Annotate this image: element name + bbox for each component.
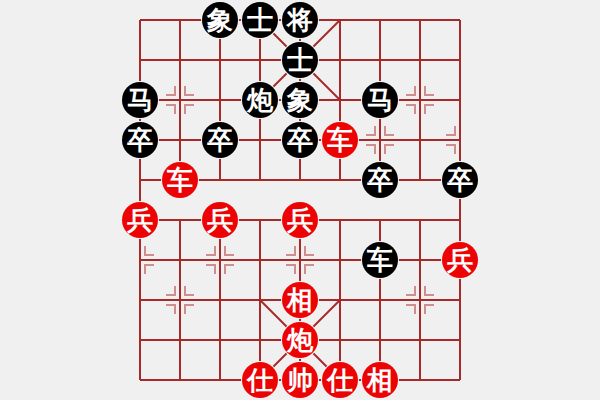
point-r8c1[interactable] [160, 320, 200, 360]
point-r1c5[interactable] [320, 40, 360, 80]
point-r9c8[interactable] [440, 360, 480, 400]
point-r5c0[interactable]: 兵 [120, 200, 160, 240]
point-r2c0[interactable]: 马 [120, 80, 160, 120]
point-r2c5[interactable] [320, 80, 360, 120]
xiangqi-app-screen: 象士将士马炮象马卒卒卒车车卒卒兵兵兵车兵相炮仕帅仕相 [0, 0, 600, 400]
point-r7c2[interactable] [200, 280, 240, 320]
point-r5c1[interactable] [160, 200, 200, 240]
point-r7c8[interactable] [440, 280, 480, 320]
piece-red-cannon[interactable]: 炮 [282, 322, 318, 358]
piece-black-horse[interactable]: 马 [122, 82, 158, 118]
point-r2c6[interactable]: 马 [360, 80, 400, 120]
point-r0c1[interactable] [160, 0, 200, 40]
piece-red-advisor[interactable]: 仕 [322, 362, 358, 398]
point-r5c2[interactable]: 兵 [200, 200, 240, 240]
piece-black-chariot[interactable]: 车 [362, 242, 398, 278]
point-r4c2[interactable] [200, 160, 240, 200]
point-r8c7[interactable] [400, 320, 440, 360]
point-r4c1[interactable]: 车 [160, 160, 200, 200]
piece-black-elephant[interactable]: 象 [202, 2, 238, 38]
point-r7c4[interactable]: 相 [280, 280, 320, 320]
point-r5c7[interactable] [400, 200, 440, 240]
point-r4c8[interactable]: 卒 [440, 160, 480, 200]
piece-black-cannon[interactable]: 炮 [242, 82, 278, 118]
point-r6c3[interactable] [240, 240, 280, 280]
piece-red-soldier[interactable]: 兵 [282, 202, 318, 238]
point-r7c6[interactable] [360, 280, 400, 320]
point-r5c8[interactable] [440, 200, 480, 240]
point-r2c1[interactable] [160, 80, 200, 120]
point-r0c4[interactable]: 将 [280, 0, 320, 40]
piece-red-chariot[interactable]: 车 [162, 162, 198, 198]
piece-black-soldier[interactable]: 卒 [122, 122, 158, 158]
point-r7c3[interactable] [240, 280, 280, 320]
point-r9c4[interactable]: 帅 [280, 360, 320, 400]
point-r3c8[interactable] [440, 120, 480, 160]
point-r2c4[interactable]: 象 [280, 80, 320, 120]
point-r8c8[interactable] [440, 320, 480, 360]
point-r9c3[interactable]: 仕 [240, 360, 280, 400]
point-r9c0[interactable] [120, 360, 160, 400]
point-r0c5[interactable] [320, 0, 360, 40]
piece-black-advisor[interactable]: 士 [282, 42, 318, 78]
point-r4c6[interactable]: 卒 [360, 160, 400, 200]
point-r6c7[interactable] [400, 240, 440, 280]
piece-black-soldier[interactable]: 卒 [282, 122, 318, 158]
point-r8c2[interactable] [200, 320, 240, 360]
point-r8c4[interactable]: 炮 [280, 320, 320, 360]
point-r7c7[interactable] [400, 280, 440, 320]
point-r4c7[interactable] [400, 160, 440, 200]
point-r6c5[interactable] [320, 240, 360, 280]
point-r3c1[interactable] [160, 120, 200, 160]
point-r3c7[interactable] [400, 120, 440, 160]
point-r6c2[interactable] [200, 240, 240, 280]
point-r1c7[interactable] [400, 40, 440, 80]
piece-black-elephant[interactable]: 象 [282, 82, 318, 118]
point-r9c6[interactable]: 相 [360, 360, 400, 400]
point-r0c2[interactable]: 象 [200, 0, 240, 40]
piece-red-chariot[interactable]: 车 [322, 122, 358, 158]
piece-black-general[interactable]: 将 [282, 2, 318, 38]
point-r3c3[interactable] [240, 120, 280, 160]
point-r5c4[interactable]: 兵 [280, 200, 320, 240]
point-r8c0[interactable] [120, 320, 160, 360]
point-r7c0[interactable] [120, 280, 160, 320]
point-r1c6[interactable] [360, 40, 400, 80]
piece-black-soldier[interactable]: 卒 [362, 162, 398, 198]
point-r3c6[interactable] [360, 120, 400, 160]
point-r3c5[interactable]: 车 [320, 120, 360, 160]
point-r1c0[interactable] [120, 40, 160, 80]
point-r0c6[interactable] [360, 0, 400, 40]
point-r7c5[interactable] [320, 280, 360, 320]
point-r2c2[interactable] [200, 80, 240, 120]
point-r3c2[interactable]: 卒 [200, 120, 240, 160]
point-r0c8[interactable] [440, 0, 480, 40]
point-r5c6[interactable] [360, 200, 400, 240]
point-r8c6[interactable] [360, 320, 400, 360]
point-r2c3[interactable]: 炮 [240, 80, 280, 120]
piece-red-elephant[interactable]: 相 [362, 362, 398, 398]
piece-red-soldier[interactable]: 兵 [122, 202, 158, 238]
point-r8c5[interactable] [320, 320, 360, 360]
point-r2c7[interactable] [400, 80, 440, 120]
point-r9c7[interactable] [400, 360, 440, 400]
point-r6c0[interactable] [120, 240, 160, 280]
point-r1c4[interactable]: 士 [280, 40, 320, 80]
piece-red-general[interactable]: 帅 [282, 362, 318, 398]
point-r6c8[interactable]: 兵 [440, 240, 480, 280]
piece-red-soldier[interactable]: 兵 [442, 242, 478, 278]
point-r8c3[interactable] [240, 320, 280, 360]
point-r4c0[interactable] [120, 160, 160, 200]
point-r4c5[interactable] [320, 160, 360, 200]
point-r9c5[interactable]: 仕 [320, 360, 360, 400]
point-r6c6[interactable]: 车 [360, 240, 400, 280]
point-r1c8[interactable] [440, 40, 480, 80]
piece-black-soldier[interactable]: 卒 [202, 122, 238, 158]
point-r6c4[interactable] [280, 240, 320, 280]
board-points-grid: 象士将士马炮象马卒卒卒车车卒卒兵兵兵车兵相炮仕帅仕相 [120, 0, 480, 400]
point-r0c0[interactable] [120, 0, 160, 40]
point-r5c3[interactable] [240, 200, 280, 240]
point-r1c1[interactable] [160, 40, 200, 80]
point-r7c1[interactable] [160, 280, 200, 320]
point-r9c2[interactable] [200, 360, 240, 400]
point-r4c3[interactable] [240, 160, 280, 200]
piece-red-elephant[interactable]: 相 [282, 282, 318, 318]
piece-red-soldier[interactable]: 兵 [202, 202, 238, 238]
point-r9c1[interactable] [160, 360, 200, 400]
point-r0c7[interactable] [400, 0, 440, 40]
point-r6c1[interactable] [160, 240, 200, 280]
piece-black-horse[interactable]: 马 [362, 82, 398, 118]
piece-black-soldier[interactable]: 卒 [442, 162, 478, 198]
point-r1c3[interactable] [240, 40, 280, 80]
piece-black-advisor[interactable]: 士 [242, 2, 278, 38]
point-r3c0[interactable]: 卒 [120, 120, 160, 160]
point-r2c8[interactable] [440, 80, 480, 120]
xiangqi-board: 象士将士马炮象马卒卒卒车车卒卒兵兵兵车兵相炮仕帅仕相 [120, 0, 480, 400]
point-r3c4[interactable]: 卒 [280, 120, 320, 160]
point-r4c4[interactable] [280, 160, 320, 200]
piece-red-advisor[interactable]: 仕 [242, 362, 278, 398]
point-r0c3[interactable]: 士 [240, 0, 280, 40]
point-r1c2[interactable] [200, 40, 240, 80]
point-r5c5[interactable] [320, 200, 360, 240]
